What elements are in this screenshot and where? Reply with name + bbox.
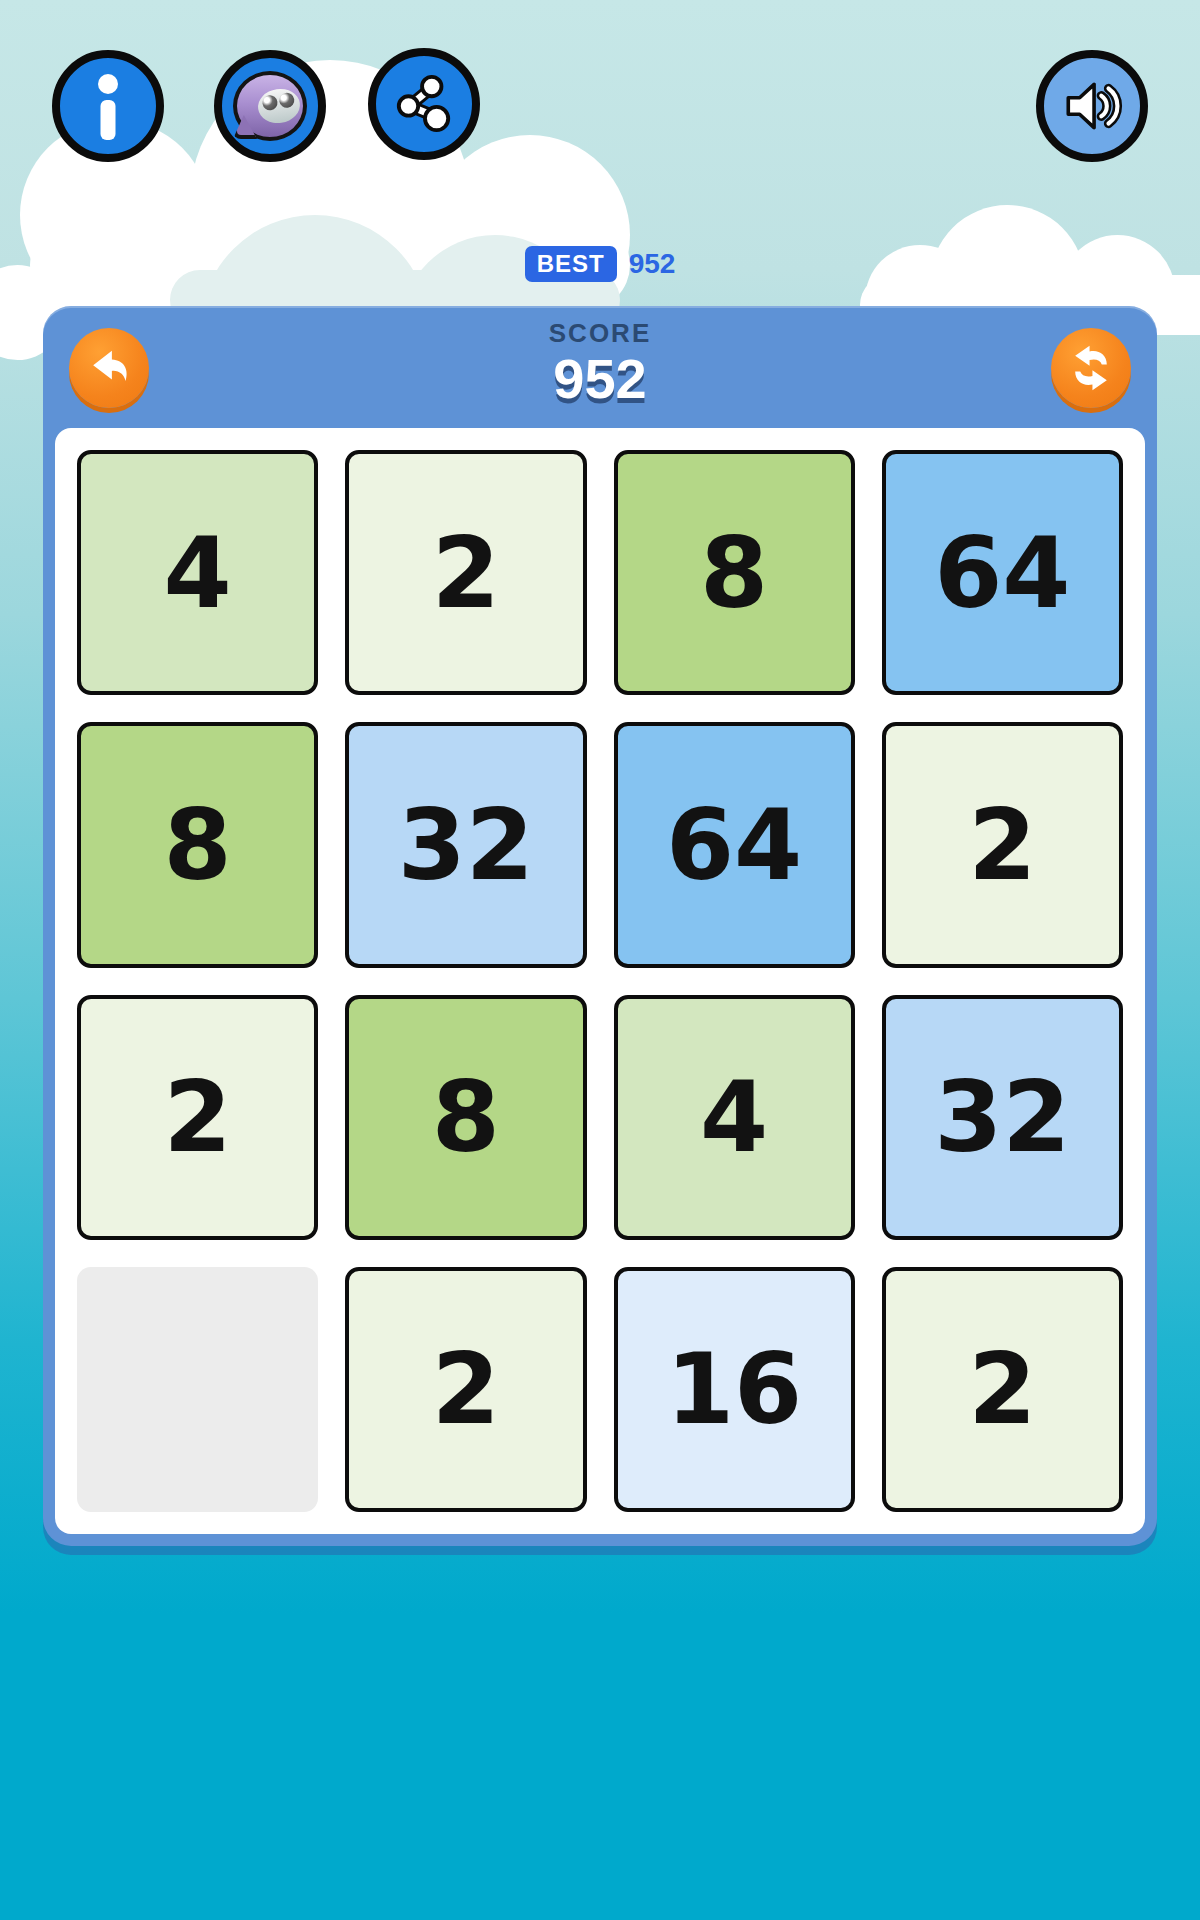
info-button[interactable] [52, 50, 164, 162]
sound-button[interactable] [1036, 50, 1148, 162]
tile-2-r2c0: 2 [77, 995, 318, 1240]
tile-8-r2c1: 8 [345, 995, 586, 1240]
info-icon [99, 74, 117, 138]
board-grid[interactable]: 42864832642284322162 [55, 428, 1145, 1534]
best-value: 952 [629, 248, 676, 280]
tile-8-r0c2: 8 [614, 450, 855, 695]
tile-4-r0c0: 4 [77, 450, 318, 695]
tile-2-r3c1: 2 [345, 1267, 586, 1512]
empty-cell-r3c0 [77, 1267, 318, 1512]
tile-64-r1c2: 64 [614, 722, 855, 967]
tile-4-r2c2: 4 [614, 995, 855, 1240]
tile-2-r3c3: 2 [882, 1267, 1123, 1512]
share-button[interactable] [368, 48, 480, 160]
tile-8-r1c0: 8 [77, 722, 318, 967]
feedback-chat-icon [233, 71, 307, 141]
tile-16-r3c2: 16 [614, 1267, 855, 1512]
restart-icon [1068, 345, 1114, 391]
tile-2-r0c1: 2 [345, 450, 586, 695]
best-score-row: BEST 952 [0, 246, 1200, 282]
share-icon [393, 73, 455, 135]
best-badge: BEST [525, 246, 617, 282]
tile-32-r1c1: 32 [345, 722, 586, 967]
score-display: SCORE 952 [43, 318, 1157, 409]
game-panel: SCORE 952 42864832642284322162 [43, 306, 1157, 1546]
tile-2-r1c3: 2 [882, 722, 1123, 967]
feedback-button[interactable] [214, 50, 326, 162]
sound-on-icon [1059, 73, 1125, 139]
score-value: 952 [553, 349, 646, 409]
restart-button[interactable] [1051, 328, 1131, 408]
tile-32-r2c3: 32 [882, 995, 1123, 1240]
score-header: SCORE 952 [43, 306, 1157, 428]
tile-64-r0c3: 64 [882, 450, 1123, 695]
score-label: SCORE [549, 318, 651, 349]
